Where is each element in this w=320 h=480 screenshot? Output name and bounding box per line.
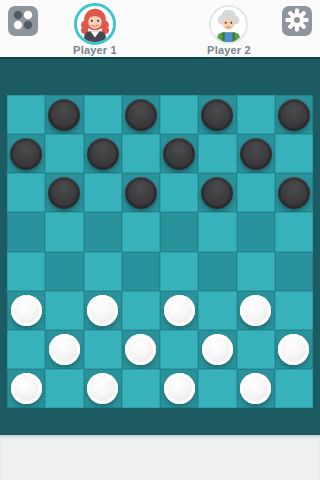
board-cell[interactable] (275, 291, 313, 330)
board-cell[interactable] (84, 212, 122, 251)
light-checker[interactable] (202, 334, 233, 365)
light-checker[interactable] (278, 334, 309, 365)
board-cell[interactable] (84, 291, 122, 330)
light-checker[interactable] (87, 373, 118, 404)
player1-name: Player 1 (55, 44, 135, 56)
dark-checker[interactable] (125, 177, 157, 209)
dark-checker[interactable] (163, 138, 195, 170)
board-cell[interactable] (84, 252, 122, 291)
player2-avatar (209, 5, 248, 44)
board-cell[interactable] (275, 252, 313, 291)
board-cell[interactable] (84, 369, 122, 408)
board-cell[interactable] (198, 291, 236, 330)
board-cell[interactable] (45, 369, 83, 408)
dark-checker[interactable] (278, 99, 310, 131)
player1-avatar (74, 3, 116, 45)
light-checker[interactable] (49, 334, 80, 365)
dark-checker[interactable] (48, 99, 80, 131)
board-cell[interactable] (198, 173, 236, 212)
settings-button[interactable] (282, 6, 312, 36)
board-cell[interactable] (275, 173, 313, 212)
board-cell[interactable] (237, 369, 275, 408)
header-bar: Player 1 Player 2 (0, 0, 320, 57)
dark-checker[interactable] (278, 177, 310, 209)
board-cell[interactable] (237, 212, 275, 251)
gear-icon (284, 7, 310, 36)
board-cell[interactable] (198, 134, 236, 173)
board-cell[interactable] (237, 173, 275, 212)
light-checker[interactable] (164, 295, 195, 326)
light-checker[interactable] (125, 334, 156, 365)
board-cell[interactable] (198, 212, 236, 251)
board-cell[interactable] (160, 330, 198, 369)
board-cell[interactable] (198, 330, 236, 369)
dice-icon (8, 5, 38, 38)
dark-checker[interactable] (240, 138, 272, 170)
board-cell[interactable] (275, 369, 313, 408)
board-cell[interactable] (7, 212, 45, 251)
app-root: Player 1 Player 2 (0, 0, 320, 480)
dice-button[interactable] (8, 6, 38, 36)
board-cell[interactable] (160, 291, 198, 330)
board-cell[interactable] (198, 252, 236, 291)
board-cell[interactable] (7, 95, 45, 134)
board-cell[interactable] (160, 369, 198, 408)
board-cell[interactable] (122, 369, 160, 408)
red-haired-woman-avatar (77, 6, 113, 42)
player2-name: Player 2 (189, 44, 269, 56)
board-cell[interactable] (122, 330, 160, 369)
dark-checker[interactable] (201, 177, 233, 209)
board-cell[interactable] (237, 330, 275, 369)
board-cell[interactable] (45, 252, 83, 291)
dark-checker[interactable] (48, 177, 80, 209)
light-checker[interactable] (11, 373, 42, 404)
dark-checker[interactable] (10, 138, 42, 170)
board-cell[interactable] (275, 212, 313, 251)
footer-area (0, 435, 320, 480)
board-cell[interactable] (7, 291, 45, 330)
board-cell[interactable] (84, 134, 122, 173)
board-cell[interactable] (45, 212, 83, 251)
board-cell[interactable] (237, 252, 275, 291)
board-cell[interactable] (45, 173, 83, 212)
light-checker[interactable] (240, 373, 271, 404)
board-cell[interactable] (122, 173, 160, 212)
dark-checker[interactable] (87, 138, 119, 170)
light-checker[interactable] (87, 295, 118, 326)
board-cell[interactable] (198, 369, 236, 408)
light-checker[interactable] (164, 373, 195, 404)
board-cell[interactable] (7, 330, 45, 369)
board-cell[interactable] (45, 330, 83, 369)
board-cell[interactable] (160, 173, 198, 212)
light-checker[interactable] (11, 295, 42, 326)
board-cell[interactable] (160, 252, 198, 291)
board-cell[interactable] (275, 134, 313, 173)
board-cell[interactable] (84, 173, 122, 212)
board-cell[interactable] (7, 369, 45, 408)
board-cell[interactable] (84, 330, 122, 369)
board-cell[interactable] (237, 134, 275, 173)
dark-checker[interactable] (125, 99, 157, 131)
board-area (0, 59, 320, 435)
board-cell[interactable] (7, 173, 45, 212)
board-cell[interactable] (275, 330, 313, 369)
board-grid (7, 95, 313, 408)
board-cell[interactable] (160, 212, 198, 251)
board-cell[interactable] (160, 95, 198, 134)
board-cell[interactable] (160, 134, 198, 173)
board-cell[interactable] (122, 252, 160, 291)
board-cell[interactable] (198, 95, 236, 134)
board-cell[interactable] (7, 252, 45, 291)
board-cell[interactable] (237, 95, 275, 134)
dark-checker[interactable] (201, 99, 233, 131)
board-cell[interactable] (122, 291, 160, 330)
board-cell[interactable] (45, 134, 83, 173)
board-cell[interactable] (275, 95, 313, 134)
board-cell[interactable] (122, 212, 160, 251)
board-cell[interactable] (84, 95, 122, 134)
board-cell[interactable] (7, 134, 45, 173)
light-checker[interactable] (240, 295, 271, 326)
board-cell[interactable] (122, 134, 160, 173)
board-cell[interactable] (45, 291, 83, 330)
board-cell[interactable] (45, 95, 83, 134)
board-cell[interactable] (237, 291, 275, 330)
board-cell[interactable] (122, 95, 160, 134)
gray-haired-man-avatar (211, 7, 246, 42)
